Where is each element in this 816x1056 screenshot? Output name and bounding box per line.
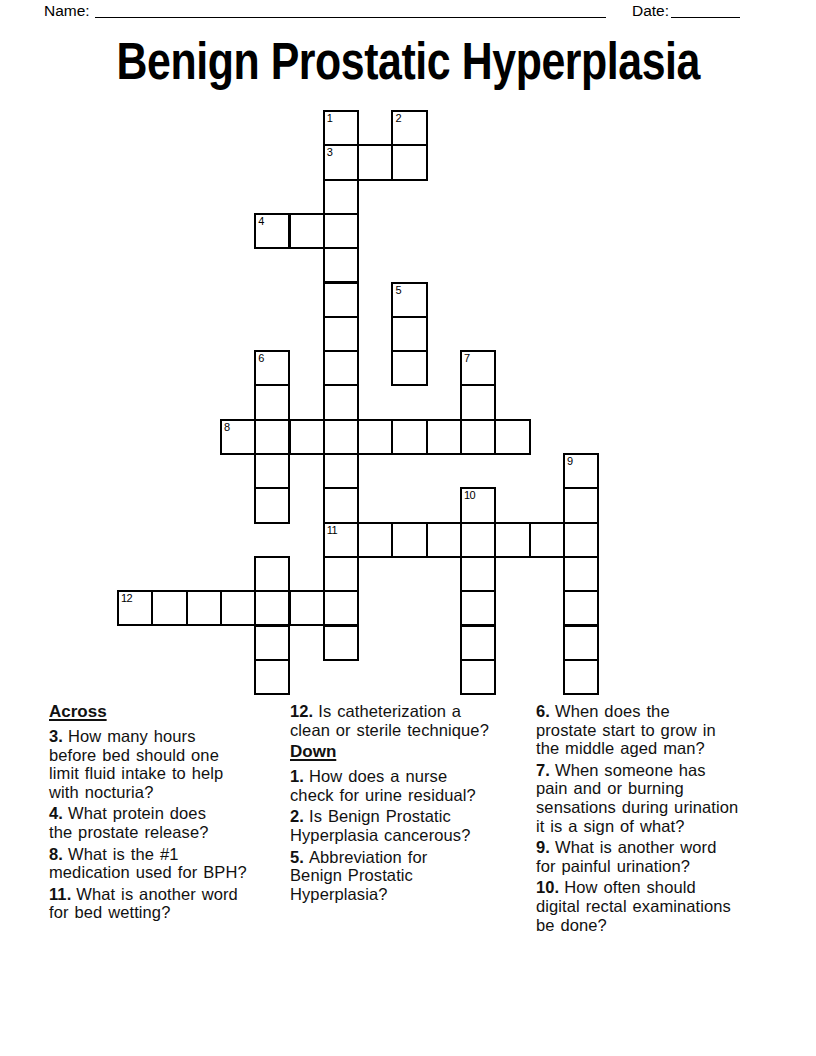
grid-cell[interactable] xyxy=(254,625,290,661)
grid-cell[interactable] xyxy=(460,590,496,626)
grid-cell[interactable] xyxy=(391,522,427,558)
grid-cell[interactable] xyxy=(254,419,290,455)
grid-cell[interactable]: 7 xyxy=(460,350,496,386)
cell-number: 12 xyxy=(121,592,132,604)
cell-number: 9 xyxy=(567,455,573,467)
grid-cell[interactable] xyxy=(323,247,359,283)
grid-cell[interactable] xyxy=(563,625,599,661)
cell-number: 6 xyxy=(258,352,264,364)
clue-down-6: 6.When does the prostate start to grow i… xyxy=(536,702,794,758)
crossword-grid: 123456789101112 xyxy=(117,110,600,696)
grid-cell[interactable] xyxy=(460,659,496,695)
cell-number: 10 xyxy=(464,489,475,501)
page-title: Benign Prostatic Hyperplasia xyxy=(116,36,699,88)
clues-column-right: 6.When does the prostate start to grow i… xyxy=(536,702,794,937)
cell-number: 4 xyxy=(258,215,264,227)
cell-number: 1 xyxy=(327,112,333,124)
clue-text: What is another word for painful urinati… xyxy=(536,838,716,875)
clue-number: 12. xyxy=(290,702,313,720)
cell-number: 7 xyxy=(464,352,470,364)
clue-number: 7. xyxy=(536,761,550,779)
grid-cell[interactable] xyxy=(391,419,427,455)
grid-cell[interactable] xyxy=(323,487,359,523)
grid-cell[interactable] xyxy=(494,419,530,455)
clue-down-5: 5.Abbreviation for Benign Prostatic Hype… xyxy=(290,848,548,904)
grid-cell[interactable]: 11 xyxy=(323,522,359,558)
grid-cell[interactable]: 6 xyxy=(254,350,290,386)
grid-cell[interactable] xyxy=(357,522,393,558)
clue-text: How many hours before bed should one lim… xyxy=(49,727,223,801)
grid-cell[interactable]: 4 xyxy=(254,213,290,249)
grid-cell[interactable] xyxy=(391,316,427,352)
clues-column-middle: 12.Is catheterization a clean or sterile… xyxy=(290,702,548,906)
grid-cell[interactable] xyxy=(460,384,496,420)
grid-cell[interactable] xyxy=(529,522,565,558)
grid-cell[interactable] xyxy=(323,419,359,455)
clue-text: Is catheterization a clean or sterile te… xyxy=(290,702,489,739)
clue-down-10: 10.How often should digital rectal exami… xyxy=(536,878,794,934)
cell-number: 2 xyxy=(395,112,401,124)
clues-column-left: Across 3.How many hours before bed shoul… xyxy=(49,702,307,925)
date-label: Date: xyxy=(632,2,669,20)
clue-text: Is Benign Prostatic Hyperplasia cancerou… xyxy=(290,807,470,844)
clue-number: 10. xyxy=(536,878,559,896)
clue-number: 5. xyxy=(290,848,304,866)
grid-cell[interactable] xyxy=(323,316,359,352)
grid-cell[interactable] xyxy=(426,419,462,455)
grid-cell[interactable] xyxy=(426,522,462,558)
grid-cell[interactable] xyxy=(323,625,359,661)
grid-cell[interactable] xyxy=(323,384,359,420)
clue-text: What is the #1 medication used for BPH? xyxy=(49,845,247,882)
clue-text: What protein does the prostate release? xyxy=(49,804,209,841)
grid-cell[interactable] xyxy=(357,419,393,455)
date-fill-line[interactable] xyxy=(671,2,740,18)
grid-cell[interactable] xyxy=(563,556,599,592)
grid-cell[interactable] xyxy=(391,350,427,386)
across-heading: Across xyxy=(49,702,307,722)
clue-text: What is another word for bed wetting? xyxy=(49,885,238,922)
grid-cell[interactable]: 5 xyxy=(391,282,427,318)
grid-cell[interactable] xyxy=(254,659,290,695)
clue-number: 8. xyxy=(49,845,63,863)
grid-cell[interactable]: 1 xyxy=(323,110,359,146)
grid-cell[interactable]: 8 xyxy=(220,419,256,455)
grid-cell[interactable] xyxy=(494,522,530,558)
clue-across-11: 11.What is another word for bed wetting? xyxy=(49,885,307,922)
clue-text: How does a nurse check for urine residua… xyxy=(290,767,476,804)
clue-number: 2. xyxy=(290,807,304,825)
clue-across-8: 8.What is the #1 medication used for BPH… xyxy=(49,845,307,882)
clue-number: 9. xyxy=(536,838,550,856)
grid-cell[interactable] xyxy=(186,590,222,626)
grid-cell[interactable] xyxy=(289,419,325,455)
name-label: Name: xyxy=(44,2,90,20)
grid-cell[interactable] xyxy=(460,556,496,592)
name-fill-line[interactable] xyxy=(95,2,606,18)
clue-across-12: 12.Is catheterization a clean or sterile… xyxy=(290,702,548,739)
grid-cell[interactable]: 3 xyxy=(323,144,359,180)
clue-across-3: 3.How many hours before bed should one l… xyxy=(49,727,307,801)
grid-cell[interactable] xyxy=(460,522,496,558)
clue-text: When does the prostate start to grow in … xyxy=(536,702,716,757)
cell-number: 3 xyxy=(327,146,333,158)
grid-cell[interactable] xyxy=(357,144,393,180)
clue-down-9: 9.What is another word for painful urina… xyxy=(536,838,794,875)
grid-cell[interactable] xyxy=(563,659,599,695)
clue-number: 1. xyxy=(290,767,304,785)
cell-number: 11 xyxy=(327,524,337,536)
grid-cell[interactable] xyxy=(289,590,325,626)
grid-cell[interactable] xyxy=(323,350,359,386)
grid-cell[interactable]: 12 xyxy=(117,590,153,626)
clue-number: 4. xyxy=(49,804,63,822)
grid-cell[interactable] xyxy=(323,453,359,489)
grid-cell[interactable] xyxy=(151,590,187,626)
grid-cell[interactable] xyxy=(254,453,290,489)
grid-cell[interactable] xyxy=(460,419,496,455)
clue-down-2: 2.Is Benign Prostatic Hyperplasia cancer… xyxy=(290,807,548,844)
grid-cell[interactable] xyxy=(323,282,359,318)
grid-cell[interactable]: 10 xyxy=(460,487,496,523)
clue-number: 6. xyxy=(536,702,550,720)
down-heading: Down xyxy=(290,742,548,762)
cell-number: 8 xyxy=(224,421,230,433)
grid-cell[interactable] xyxy=(323,213,359,249)
grid-cell[interactable] xyxy=(323,179,359,215)
clue-across-4: 4.What protein does the prostate release… xyxy=(49,804,307,841)
grid-cell[interactable] xyxy=(563,487,599,523)
clue-text: How often should digital rectal examinat… xyxy=(536,878,731,933)
grid-cell[interactable]: 2 xyxy=(391,110,427,146)
grid-cell[interactable] xyxy=(563,522,599,558)
grid-cell[interactable] xyxy=(254,487,290,523)
grid-cell[interactable] xyxy=(391,144,427,180)
grid-cell[interactable] xyxy=(460,625,496,661)
clue-down-1: 1.How does a nurse check for urine resid… xyxy=(290,767,548,804)
clue-number: 11. xyxy=(49,885,71,903)
grid-cell[interactable] xyxy=(254,590,290,626)
grid-cell[interactable] xyxy=(323,556,359,592)
grid-cell[interactable] xyxy=(220,590,256,626)
clue-text: When someone has pain and or burning sen… xyxy=(536,761,738,835)
grid-cell[interactable] xyxy=(323,590,359,626)
clue-down-7: 7.When someone has pain and or burning s… xyxy=(536,761,794,835)
clue-number: 3. xyxy=(49,727,63,745)
grid-cell[interactable] xyxy=(254,384,290,420)
grid-cell[interactable] xyxy=(289,213,325,249)
cell-number: 5 xyxy=(395,284,401,296)
grid-cell[interactable] xyxy=(563,590,599,626)
title-container: Benign Prostatic Hyperplasia xyxy=(0,36,816,88)
grid-cell[interactable]: 9 xyxy=(563,453,599,489)
grid-cell[interactable] xyxy=(254,556,290,592)
clue-text: Abbreviation for Benign Prostatic Hyperp… xyxy=(290,848,427,903)
